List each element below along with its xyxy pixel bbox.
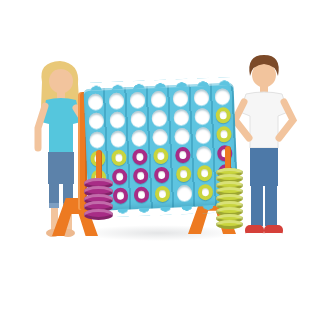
yellow-ring-stack[interactable] (216, 170, 243, 229)
cell-r6c6[interactable] (194, 182, 216, 202)
empty-hole (153, 128, 169, 145)
disc-yellow (111, 149, 127, 166)
disc-yellow (215, 107, 231, 124)
cell-r3c2[interactable] (107, 128, 129, 148)
cell-r4c2[interactable] (108, 147, 130, 167)
cell-r6c4[interactable] (152, 184, 174, 204)
cell-r2c4[interactable] (149, 108, 171, 128)
cell-r4c4[interactable] (150, 146, 172, 166)
cell-r5c6[interactable] (193, 163, 215, 183)
disc-purple (175, 146, 191, 163)
disc-purple (133, 167, 149, 184)
cell-r2c6[interactable] (191, 106, 213, 126)
cell-r2c2[interactable] (107, 109, 129, 129)
product-photo-scene (0, 0, 320, 320)
cell-r5c3[interactable] (130, 165, 152, 185)
cell-r3c6[interactable] (192, 125, 214, 145)
empty-hole (196, 145, 212, 162)
empty-hole (176, 184, 192, 201)
empty-hole (88, 93, 104, 110)
empty-hole (194, 107, 210, 124)
connect4-set (0, 0, 320, 320)
empty-hole (89, 131, 105, 148)
disc-yellow (197, 183, 213, 200)
disc-yellow (155, 185, 171, 202)
cell-r1c3[interactable] (127, 89, 149, 109)
cell-r1c6[interactable] (190, 87, 212, 107)
yellow-stack-ring (216, 220, 243, 229)
purple-ring-stack[interactable] (84, 178, 113, 220)
cell-r4c6[interactable] (193, 144, 215, 164)
cell-r2c3[interactable] (128, 108, 150, 128)
cell-r3c3[interactable] (128, 127, 150, 147)
empty-hole (132, 129, 148, 146)
cell-r5c5[interactable] (172, 164, 194, 184)
empty-hole (110, 130, 126, 147)
cell-r3c5[interactable] (171, 126, 193, 146)
disc-purple (154, 166, 170, 183)
empty-hole (110, 111, 126, 128)
empty-hole (130, 91, 146, 108)
disc-purple (132, 148, 148, 165)
cell-r2c5[interactable] (170, 107, 192, 127)
empty-hole (195, 126, 211, 143)
empty-hole (152, 109, 168, 126)
disc-yellow (216, 126, 232, 143)
disc-purple (113, 187, 129, 204)
cell-r6c5[interactable] (173, 183, 195, 203)
cell-r2c1[interactable] (85, 110, 107, 130)
empty-hole (172, 89, 188, 106)
cell-r6c2[interactable] (110, 185, 132, 205)
cell-r4c5[interactable] (172, 145, 194, 165)
cell-r5c4[interactable] (151, 165, 173, 185)
empty-hole (151, 90, 167, 107)
cell-r1c5[interactable] (169, 88, 191, 108)
cell-r3c1[interactable] (86, 129, 108, 149)
disc-yellow (197, 164, 213, 181)
empty-hole (89, 112, 105, 129)
cell-r3c4[interactable] (150, 127, 172, 147)
empty-hole (193, 88, 209, 105)
cell-r4c3[interactable] (129, 146, 151, 166)
cell-r6c3[interactable] (131, 184, 153, 204)
disc-yellow (154, 147, 170, 164)
empty-hole (174, 127, 190, 144)
cell-r2c7[interactable] (212, 105, 234, 125)
empty-hole (173, 108, 189, 125)
empty-hole (214, 88, 230, 105)
empty-hole (131, 110, 147, 127)
empty-hole (109, 92, 125, 109)
cell-r1c1[interactable] (85, 91, 107, 111)
disc-purple (112, 168, 128, 185)
cell-r1c2[interactable] (106, 90, 128, 110)
disc-purple (134, 186, 150, 203)
cell-r3c7[interactable] (213, 124, 235, 144)
cell-r1c7[interactable] (211, 86, 233, 106)
cell-r1c4[interactable] (148, 89, 170, 109)
disc-yellow (175, 165, 191, 182)
purple-stack-ring (84, 209, 113, 220)
